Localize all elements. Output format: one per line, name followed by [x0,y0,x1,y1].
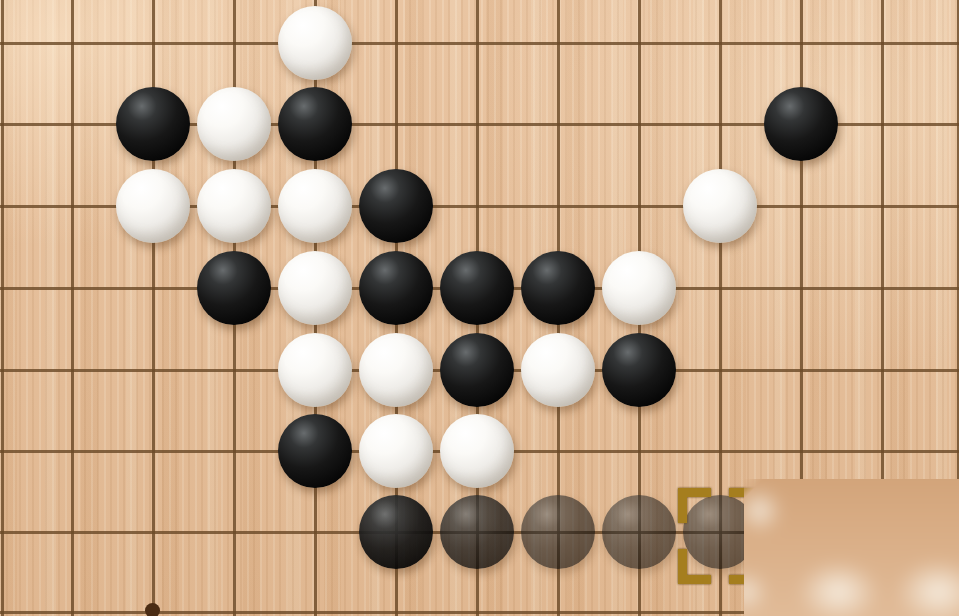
stone-black [197,251,271,325]
stone-white [197,169,271,243]
stone-white [359,333,433,407]
stone-white [278,333,352,407]
stone-white [116,169,190,243]
stone-white [683,169,757,243]
grid-line-vertical [1,0,4,616]
stone-black [278,414,352,488]
stone-black [359,495,433,569]
stone-white [278,169,352,243]
stone-black [440,251,514,325]
stone-black-fading [440,495,514,569]
grid-line-vertical [71,0,74,616]
gomoku-board[interactable] [0,0,959,616]
stone-black [521,251,595,325]
stone-black-fading [521,495,595,569]
stone-white [440,414,514,488]
stone-white [278,6,352,80]
watermark-blur-blobs [744,479,959,616]
grid-line-horizontal [0,42,959,45]
stone-black [440,333,514,407]
marker-corner-top-left [678,488,711,523]
stone-black [602,333,676,407]
stone-black [116,87,190,161]
watermark-blur-overlay [744,479,959,616]
stone-white [197,87,271,161]
stone-white [521,333,595,407]
stone-white [359,414,433,488]
stone-black [359,169,433,243]
stone-white [602,251,676,325]
stone-black-fading [602,495,676,569]
star-point [145,603,160,616]
stone-white [278,251,352,325]
stone-black [278,87,352,161]
stone-black [764,87,838,161]
stone-black [359,251,433,325]
marker-corner-bottom-left [678,549,711,584]
